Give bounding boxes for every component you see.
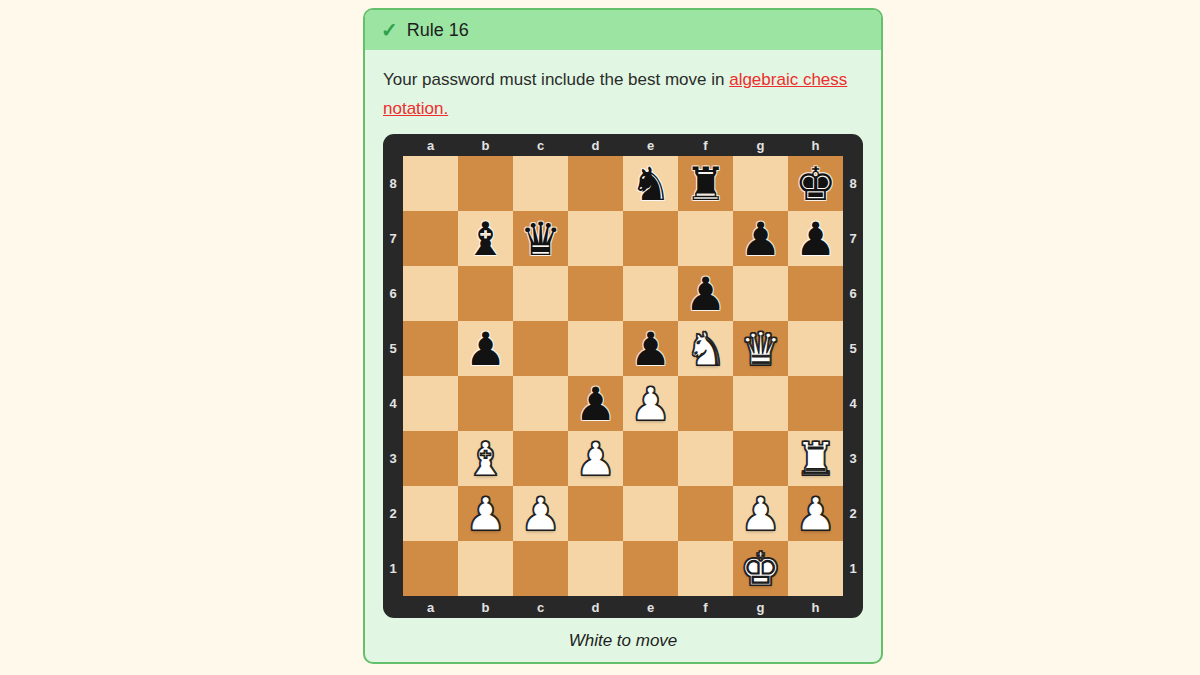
square-e6 — [623, 266, 678, 321]
black-pawn-e5: ♟ — [630, 326, 671, 372]
square-c4 — [513, 376, 568, 431]
rank-label-3: 3 — [843, 431, 863, 486]
white-knight-f5: ♞ — [685, 326, 726, 372]
file-label-d: d — [568, 596, 623, 618]
rule-body: Your password must include the best move… — [365, 50, 881, 651]
rank-label-8: 8 — [843, 156, 863, 211]
square-e7 — [623, 211, 678, 266]
square-f2 — [678, 486, 733, 541]
file-label-g: g — [733, 596, 788, 618]
square-b3: ♝ — [458, 431, 513, 486]
square-d1 — [568, 541, 623, 596]
rank-label-4: 4 — [843, 376, 863, 431]
white-pawn-b2: ♟ — [465, 491, 506, 537]
white-pawn-d3: ♟ — [575, 436, 616, 482]
black-pawn-d4: ♟ — [575, 381, 616, 427]
black-king-h8: ♚ — [795, 161, 836, 207]
square-c1 — [513, 541, 568, 596]
square-b5: ♟ — [458, 321, 513, 376]
square-e3 — [623, 431, 678, 486]
file-label-b: b — [458, 134, 513, 156]
black-pawn-b5: ♟ — [465, 326, 506, 372]
checkmark-icon: ✓ — [381, 20, 398, 40]
file-label-e: e — [623, 596, 678, 618]
square-c8 — [513, 156, 568, 211]
white-pawn-h2: ♟ — [795, 491, 836, 537]
square-a2 — [403, 486, 458, 541]
square-c2: ♟ — [513, 486, 568, 541]
chess-board: ♞♜♚♝♛♟♟♟♟♟♞♛♟♟♝♟♜♟♟♟♟♚ — [403, 156, 843, 596]
rank-label-2: 2 — [383, 486, 403, 541]
square-d2 — [568, 486, 623, 541]
square-h8: ♚ — [788, 156, 843, 211]
square-f1 — [678, 541, 733, 596]
black-rook-f8: ♜ — [685, 161, 726, 207]
square-d5 — [568, 321, 623, 376]
file-labels-top: abcdefgh — [403, 134, 843, 156]
rank-label-7: 7 — [383, 211, 403, 266]
square-h2: ♟ — [788, 486, 843, 541]
square-a5 — [403, 321, 458, 376]
square-g2: ♟ — [733, 486, 788, 541]
square-a4 — [403, 376, 458, 431]
black-pawn-h7: ♟ — [795, 216, 836, 262]
square-d4: ♟ — [568, 376, 623, 431]
white-king-g1: ♚ — [740, 546, 781, 592]
square-g3 — [733, 431, 788, 486]
rank-label-3: 3 — [383, 431, 403, 486]
white-pawn-g2: ♟ — [740, 491, 781, 537]
square-c6 — [513, 266, 568, 321]
black-queen-c7: ♛ — [520, 216, 561, 262]
file-label-b: b — [458, 596, 513, 618]
square-b7: ♝ — [458, 211, 513, 266]
square-h4 — [788, 376, 843, 431]
white-queen-g5: ♛ — [740, 326, 781, 372]
square-a7 — [403, 211, 458, 266]
white-bishop-b3: ♝ — [465, 436, 506, 482]
square-b6 — [458, 266, 513, 321]
square-a1 — [403, 541, 458, 596]
rank-label-7: 7 — [843, 211, 863, 266]
square-h1 — [788, 541, 843, 596]
square-b1 — [458, 541, 513, 596]
board-caption: White to move — [383, 631, 863, 651]
square-e1 — [623, 541, 678, 596]
rank-labels-right: 87654321 — [843, 156, 863, 596]
chess-board-container: abcdefgh 87654321 ♞♜♚♝♛♟♟♟♟♟♞♛♟♟♝♟♜♟♟♟♟♚… — [383, 134, 863, 618]
file-label-f: f — [678, 596, 733, 618]
square-d7 — [568, 211, 623, 266]
square-g4 — [733, 376, 788, 431]
file-label-h: h — [788, 134, 843, 156]
file-label-a: a — [403, 596, 458, 618]
square-h7: ♟ — [788, 211, 843, 266]
file-label-a: a — [403, 134, 458, 156]
file-label-h: h — [788, 596, 843, 618]
rank-label-1: 1 — [383, 541, 403, 596]
file-label-e: e — [623, 134, 678, 156]
square-g8 — [733, 156, 788, 211]
square-g5: ♛ — [733, 321, 788, 376]
file-label-d: d — [568, 134, 623, 156]
rank-label-6: 6 — [383, 266, 403, 321]
square-e8: ♞ — [623, 156, 678, 211]
square-f3 — [678, 431, 733, 486]
file-label-g: g — [733, 134, 788, 156]
black-pawn-f6: ♟ — [685, 271, 726, 317]
rule-text-prefix: Your password must include the best move… — [383, 70, 729, 89]
square-a6 — [403, 266, 458, 321]
chess-board-frame: abcdefgh 87654321 ♞♜♚♝♛♟♟♟♟♟♞♛♟♟♝♟♜♟♟♟♟♚… — [383, 134, 863, 618]
file-label-c: c — [513, 134, 568, 156]
square-g6 — [733, 266, 788, 321]
rank-label-2: 2 — [843, 486, 863, 541]
square-c5 — [513, 321, 568, 376]
square-e4: ♟ — [623, 376, 678, 431]
square-g7: ♟ — [733, 211, 788, 266]
square-f4 — [678, 376, 733, 431]
square-h5 — [788, 321, 843, 376]
black-pawn-g7: ♟ — [740, 216, 781, 262]
square-f6: ♟ — [678, 266, 733, 321]
square-h6 — [788, 266, 843, 321]
white-rook-h3: ♜ — [795, 436, 836, 482]
square-a8 — [403, 156, 458, 211]
square-f5: ♞ — [678, 321, 733, 376]
square-b8 — [458, 156, 513, 211]
rule-card: ✓ Rule 16 Your password must include the… — [363, 8, 883, 664]
rank-label-5: 5 — [843, 321, 863, 376]
square-g1: ♚ — [733, 541, 788, 596]
rule-header: ✓ Rule 16 — [365, 10, 881, 50]
square-e2 — [623, 486, 678, 541]
square-d3: ♟ — [568, 431, 623, 486]
square-d6 — [568, 266, 623, 321]
square-c7: ♛ — [513, 211, 568, 266]
rank-labels-left: 87654321 — [383, 156, 403, 596]
rank-label-5: 5 — [383, 321, 403, 376]
square-f8: ♜ — [678, 156, 733, 211]
rank-label-8: 8 — [383, 156, 403, 211]
square-c3 — [513, 431, 568, 486]
square-b2: ♟ — [458, 486, 513, 541]
rank-label-6: 6 — [843, 266, 863, 321]
black-knight-e8: ♞ — [630, 161, 671, 207]
rank-label-1: 1 — [843, 541, 863, 596]
white-pawn-e4: ♟ — [630, 381, 671, 427]
rule-text: Your password must include the best move… — [383, 65, 861, 123]
square-h3: ♜ — [788, 431, 843, 486]
black-bishop-b7: ♝ — [465, 216, 506, 262]
square-e5: ♟ — [623, 321, 678, 376]
square-a3 — [403, 431, 458, 486]
white-pawn-c2: ♟ — [520, 491, 561, 537]
file-labels-bottom: abcdefgh — [403, 596, 843, 618]
file-label-f: f — [678, 134, 733, 156]
file-label-c: c — [513, 596, 568, 618]
rule-title: Rule 16 — [407, 20, 469, 41]
square-f7 — [678, 211, 733, 266]
square-d8 — [568, 156, 623, 211]
square-b4 — [458, 376, 513, 431]
rank-label-4: 4 — [383, 376, 403, 431]
